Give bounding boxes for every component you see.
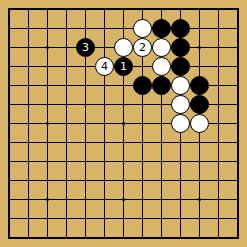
grid-line-vertical <box>218 10 219 237</box>
stone-black[interactable] <box>171 57 190 76</box>
stone-white[interactable] <box>171 95 190 114</box>
star-point <box>198 46 201 49</box>
move-number-label: 2 <box>139 42 146 53</box>
star-point <box>122 122 125 125</box>
star-point <box>46 122 49 125</box>
grid-line-horizontal <box>10 218 237 219</box>
stone-black[interactable] <box>190 76 209 95</box>
go-diagram: 3241 <box>0 0 247 247</box>
star-point <box>122 198 125 201</box>
stone-black-3[interactable]: 3 <box>76 38 95 57</box>
stone-white-4[interactable]: 4 <box>95 57 114 76</box>
star-point <box>198 198 201 201</box>
stone-black[interactable] <box>133 76 152 95</box>
stone-white[interactable] <box>171 76 190 95</box>
move-number-label: 4 <box>101 61 108 72</box>
stone-white[interactable] <box>171 114 190 133</box>
go-board[interactable]: 3241 <box>0 0 247 247</box>
move-number-label: 3 <box>82 42 89 53</box>
stone-black[interactable] <box>152 19 171 38</box>
stone-white-2[interactable]: 2 <box>133 38 152 57</box>
stone-black-1[interactable]: 1 <box>114 57 133 76</box>
stone-black[interactable] <box>152 76 171 95</box>
star-point <box>46 46 49 49</box>
stone-white[interactable] <box>152 57 171 76</box>
stone-white[interactable] <box>190 114 209 133</box>
star-point <box>46 198 49 201</box>
grid-line-horizontal <box>10 142 237 143</box>
stone-black[interactable] <box>171 38 190 57</box>
stone-black[interactable] <box>171 19 190 38</box>
stone-white[interactable] <box>133 19 152 38</box>
stone-white[interactable] <box>114 38 133 57</box>
move-number-label: 1 <box>120 61 127 72</box>
stone-black[interactable] <box>190 95 209 114</box>
grid-line-horizontal <box>10 180 237 181</box>
grid-line-horizontal <box>10 161 237 162</box>
stone-white[interactable] <box>152 38 171 57</box>
